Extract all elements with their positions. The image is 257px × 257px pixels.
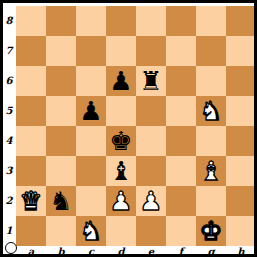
square-c1[interactable]: ♞ <box>76 216 106 246</box>
square-a7[interactable] <box>16 36 46 66</box>
rank-label-5: 5 <box>3 96 15 126</box>
square-e6[interactable]: ♜ <box>136 66 166 96</box>
side-to-move-indicator <box>5 242 17 254</box>
square-b7[interactable] <box>46 36 76 66</box>
square-g1[interactable]: ♚ <box>196 216 226 246</box>
rank-label-7: 7 <box>3 36 15 66</box>
square-b3[interactable] <box>46 156 76 186</box>
square-b6[interactable] <box>46 66 76 96</box>
square-b5[interactable] <box>46 96 76 126</box>
square-d7[interactable] <box>106 36 136 66</box>
square-d4[interactable]: ♚ <box>106 126 136 156</box>
square-e7[interactable] <box>136 36 166 66</box>
file-label-f: f <box>166 246 196 257</box>
square-a6[interactable] <box>16 66 46 96</box>
file-label-g: g <box>196 246 226 257</box>
square-e5[interactable] <box>136 96 166 126</box>
square-g2[interactable] <box>196 186 226 216</box>
square-f4[interactable] <box>166 126 196 156</box>
square-f8[interactable] <box>166 6 196 36</box>
rank-label-6: 6 <box>3 66 15 96</box>
square-g8[interactable] <box>196 6 226 36</box>
square-a4[interactable] <box>16 126 46 156</box>
rank-label-2: 2 <box>3 186 15 216</box>
white-knight-c1[interactable]: ♞ <box>79 216 102 246</box>
file-label-b: b <box>46 246 76 257</box>
square-f3[interactable] <box>166 156 196 186</box>
square-b4[interactable] <box>46 126 76 156</box>
white-king-g1[interactable]: ♚ <box>199 216 222 246</box>
square-d1[interactable] <box>106 216 136 246</box>
square-f2[interactable] <box>166 186 196 216</box>
square-c8[interactable] <box>76 6 106 36</box>
square-a2[interactable]: ♛ <box>16 186 46 216</box>
file-label-h: h <box>226 246 256 257</box>
square-b8[interactable] <box>46 6 76 36</box>
square-a5[interactable] <box>16 96 46 126</box>
square-d6[interactable]: ♟ <box>106 66 136 96</box>
square-h7[interactable] <box>226 36 256 66</box>
square-e3[interactable] <box>136 156 166 186</box>
black-knight-b2[interactable]: ♞ <box>49 186 72 216</box>
square-a1[interactable] <box>16 216 46 246</box>
black-bishop-d3[interactable]: ♝ <box>109 156 132 186</box>
black-pawn-d6[interactable]: ♟ <box>109 66 132 96</box>
square-c7[interactable] <box>76 36 106 66</box>
square-e2[interactable]: ♟ <box>136 186 166 216</box>
square-f6[interactable] <box>166 66 196 96</box>
chess-diagram: ♟♜♟♞♚♝♝♛♞♟♟♞♚ 87654321 abcdefgh <box>0 0 257 257</box>
square-b2[interactable]: ♞ <box>46 186 76 216</box>
white-knight-g5[interactable]: ♞ <box>199 96 222 126</box>
file-label-e: e <box>136 246 166 257</box>
square-d8[interactable] <box>106 6 136 36</box>
square-g7[interactable] <box>196 36 226 66</box>
square-g6[interactable] <box>196 66 226 96</box>
square-a3[interactable] <box>16 156 46 186</box>
square-b1[interactable] <box>46 216 76 246</box>
square-f7[interactable] <box>166 36 196 66</box>
square-h6[interactable] <box>226 66 256 96</box>
square-g4[interactable] <box>196 126 226 156</box>
square-c2[interactable] <box>76 186 106 216</box>
rank-label-4: 4 <box>3 126 15 156</box>
square-c6[interactable] <box>76 66 106 96</box>
square-c5[interactable]: ♟ <box>76 96 106 126</box>
square-h8[interactable] <box>226 6 256 36</box>
black-pawn-c5[interactable]: ♟ <box>79 96 102 126</box>
square-d2[interactable]: ♟ <box>106 186 136 216</box>
rank-label-8: 8 <box>3 6 15 36</box>
square-f5[interactable] <box>166 96 196 126</box>
rank-label-3: 3 <box>3 156 15 186</box>
square-c4[interactable] <box>76 126 106 156</box>
square-h4[interactable] <box>226 126 256 156</box>
square-h3[interactable] <box>226 156 256 186</box>
square-a8[interactable] <box>16 6 46 36</box>
square-h2[interactable] <box>226 186 256 216</box>
white-bishop-g3[interactable]: ♝ <box>199 156 222 186</box>
square-f1[interactable] <box>166 216 196 246</box>
square-h1[interactable] <box>226 216 256 246</box>
square-h5[interactable] <box>226 96 256 126</box>
square-g5[interactable]: ♞ <box>196 96 226 126</box>
black-rook-e6[interactable]: ♜ <box>139 66 162 96</box>
square-g3[interactable]: ♝ <box>196 156 226 186</box>
square-c3[interactable] <box>76 156 106 186</box>
square-e4[interactable] <box>136 126 166 156</box>
white-pawn-d2[interactable]: ♟ <box>109 186 132 216</box>
square-e1[interactable] <box>136 216 166 246</box>
white-pawn-e2[interactable]: ♟ <box>139 186 162 216</box>
white-queen-a2[interactable]: ♛ <box>19 186 42 216</box>
chess-board: ♟♜♟♞♚♝♝♛♞♟♟♞♚ <box>16 6 256 246</box>
black-king-d4[interactable]: ♚ <box>109 126 132 156</box>
square-e8[interactable] <box>136 6 166 36</box>
square-d5[interactable] <box>106 96 136 126</box>
file-label-c: c <box>76 246 106 257</box>
file-label-d: d <box>106 246 136 257</box>
file-label-a: a <box>16 246 46 257</box>
square-d3[interactable]: ♝ <box>106 156 136 186</box>
